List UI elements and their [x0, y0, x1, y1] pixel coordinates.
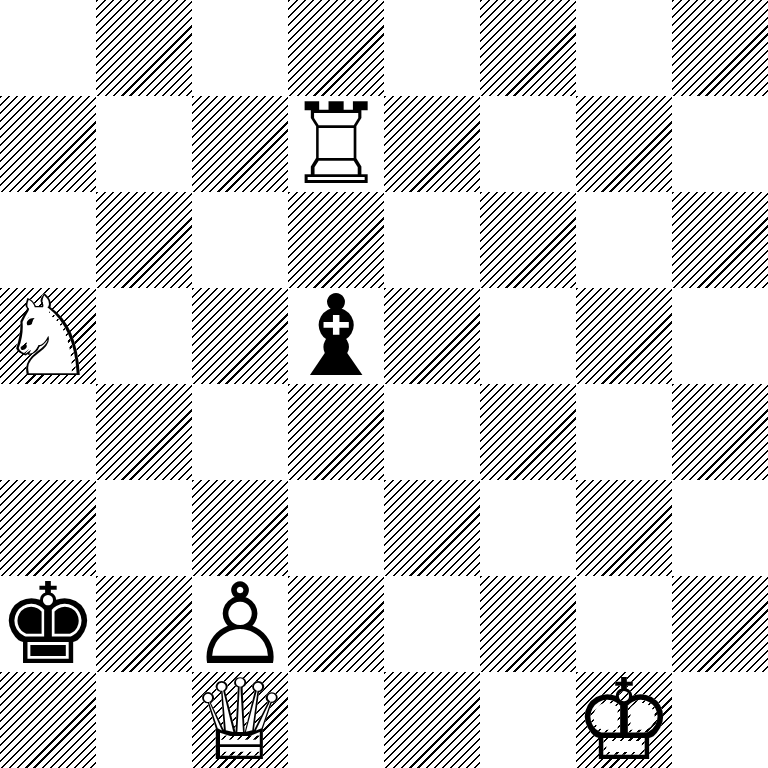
square-c2[interactable]: ♟♙ — [192, 576, 288, 672]
black-bishop[interactable]: ♝ — [288, 288, 384, 384]
square-c5[interactable] — [192, 288, 288, 384]
square-h7[interactable] — [672, 96, 768, 192]
white-king-fill: ♚ — [576, 672, 672, 768]
square-d8[interactable] — [288, 0, 384, 96]
square-a2[interactable]: ♚ — [0, 576, 96, 672]
square-g4[interactable] — [576, 384, 672, 480]
square-f8[interactable] — [480, 0, 576, 96]
square-a8[interactable] — [0, 0, 96, 96]
square-e5[interactable] — [384, 288, 480, 384]
white-rook[interactable]: ♖ — [288, 96, 384, 192]
square-f1[interactable] — [480, 672, 576, 768]
square-e3[interactable] — [384, 480, 480, 576]
square-e6[interactable] — [384, 192, 480, 288]
square-b8[interactable] — [96, 0, 192, 96]
square-f6[interactable] — [480, 192, 576, 288]
square-a1[interactable] — [0, 672, 96, 768]
square-e1[interactable] — [384, 672, 480, 768]
square-b1[interactable] — [96, 672, 192, 768]
square-a6[interactable] — [0, 192, 96, 288]
square-d5[interactable]: ♝ — [288, 288, 384, 384]
square-g2[interactable] — [576, 576, 672, 672]
square-g8[interactable] — [576, 0, 672, 96]
square-b7[interactable] — [96, 96, 192, 192]
square-c6[interactable] — [192, 192, 288, 288]
square-d4[interactable] — [288, 384, 384, 480]
black-king[interactable]: ♚ — [0, 576, 96, 672]
chess-board: ♜♖♞♘♝♚♟♙♛♕♚♔ — [0, 0, 768, 768]
square-e2[interactable] — [384, 576, 480, 672]
white-knight[interactable]: ♘ — [0, 288, 96, 384]
square-b6[interactable] — [96, 192, 192, 288]
square-h4[interactable] — [672, 384, 768, 480]
square-c4[interactable] — [192, 384, 288, 480]
square-d1[interactable] — [288, 672, 384, 768]
square-f5[interactable] — [480, 288, 576, 384]
square-a5[interactable]: ♞♘ — [0, 288, 96, 384]
square-h2[interactable] — [672, 576, 768, 672]
square-c1[interactable]: ♛♕ — [192, 672, 288, 768]
square-f3[interactable] — [480, 480, 576, 576]
square-g6[interactable] — [576, 192, 672, 288]
square-c7[interactable] — [192, 96, 288, 192]
square-g1[interactable]: ♚♔ — [576, 672, 672, 768]
square-b4[interactable] — [96, 384, 192, 480]
square-h1[interactable] — [672, 672, 768, 768]
square-h5[interactable] — [672, 288, 768, 384]
square-c8[interactable] — [192, 0, 288, 96]
square-d7[interactable]: ♜♖ — [288, 96, 384, 192]
white-queen[interactable]: ♕ — [192, 672, 288, 768]
square-d3[interactable] — [288, 480, 384, 576]
white-knight-fill: ♞ — [0, 288, 96, 384]
square-f4[interactable] — [480, 384, 576, 480]
square-d6[interactable] — [288, 192, 384, 288]
square-e4[interactable] — [384, 384, 480, 480]
square-g5[interactable] — [576, 288, 672, 384]
white-king[interactable]: ♔ — [576, 672, 672, 768]
square-d2[interactable] — [288, 576, 384, 672]
square-c3[interactable] — [192, 480, 288, 576]
square-e7[interactable] — [384, 96, 480, 192]
square-f2[interactable] — [480, 576, 576, 672]
square-g3[interactable] — [576, 480, 672, 576]
square-h8[interactable] — [672, 0, 768, 96]
square-f7[interactable] — [480, 96, 576, 192]
square-g7[interactable] — [576, 96, 672, 192]
square-h6[interactable] — [672, 192, 768, 288]
white-rook-fill: ♜ — [288, 96, 384, 192]
square-h3[interactable] — [672, 480, 768, 576]
white-pawn-fill: ♟ — [192, 576, 288, 672]
square-b5[interactable] — [96, 288, 192, 384]
white-queen-fill: ♛ — [192, 672, 288, 768]
square-e8[interactable] — [384, 0, 480, 96]
square-b3[interactable] — [96, 480, 192, 576]
square-a7[interactable] — [0, 96, 96, 192]
square-b2[interactable] — [96, 576, 192, 672]
square-a4[interactable] — [0, 384, 96, 480]
square-a3[interactable] — [0, 480, 96, 576]
white-pawn[interactable]: ♙ — [192, 576, 288, 672]
